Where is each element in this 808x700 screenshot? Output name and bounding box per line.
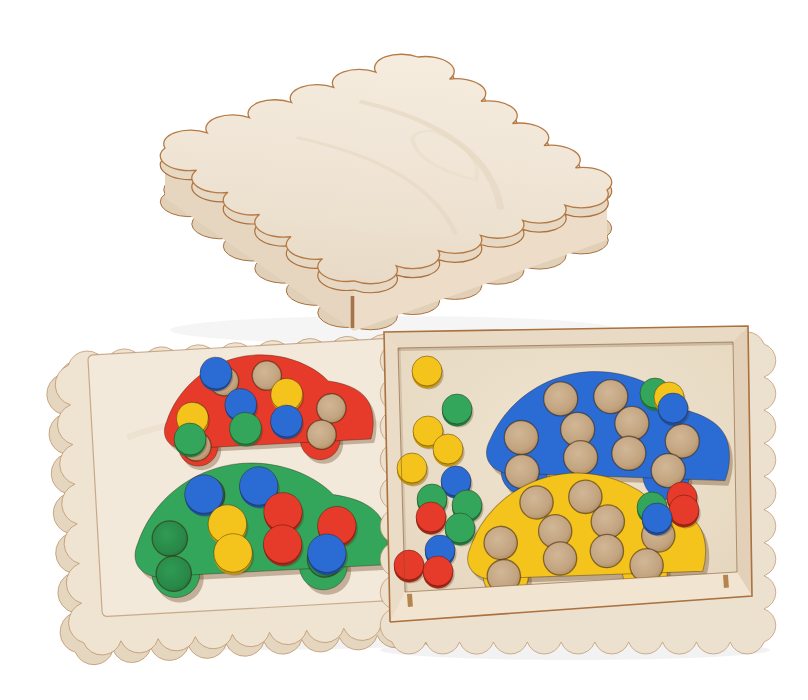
empty-hole: [483, 526, 517, 560]
empty-hole: [504, 420, 539, 455]
product-photo-scene: [0, 0, 808, 700]
empty-hole: [611, 436, 646, 471]
tray-wall-tab: [723, 575, 729, 588]
box-corner-slot: [351, 296, 355, 328]
storage-tray: [380, 326, 776, 660]
empty-hole: [614, 406, 649, 441]
empty-hole: [306, 419, 337, 450]
empty-hole: [543, 381, 578, 416]
empty-hole: [316, 393, 347, 424]
empty-hole: [563, 440, 598, 475]
scene-canvas: [0, 0, 808, 700]
empty-hole: [543, 541, 577, 575]
empty-hole: [519, 485, 553, 519]
closed-storage-box: [139, 44, 633, 344]
empty-hole: [591, 504, 625, 538]
empty-hole: [590, 534, 624, 568]
tray-wall-tab: [407, 594, 413, 607]
